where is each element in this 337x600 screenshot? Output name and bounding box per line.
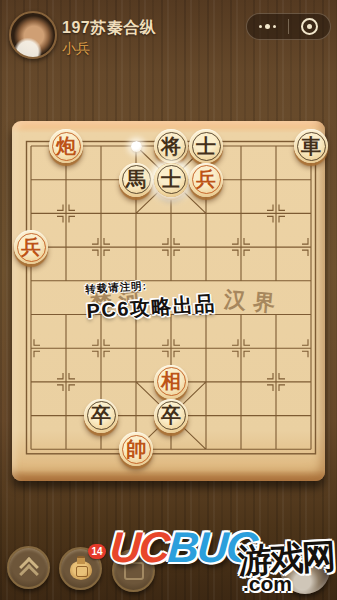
circle-dot-icon — [301, 18, 318, 35]
red-soldier-piece[interactable]: 兵 — [189, 163, 223, 197]
player-rank: 小兵 — [62, 40, 90, 58]
red-soldier-piece[interactable]: 兵 — [14, 230, 48, 264]
black-horse-piece[interactable]: 馬 — [119, 163, 153, 197]
app-screen: 197苏秦合纵 小兵 楚河 汉界 炮将士車馬士兵兵相卒卒帥 转载请注明: PC6… — [0, 0, 337, 600]
black-advisor-piece[interactable]: 士 — [189, 129, 223, 163]
black-general-piece[interactable]: 将 — [154, 129, 188, 163]
more-dots-icon — [259, 24, 276, 29]
miniprogram-capsule — [246, 13, 331, 40]
exit-button[interactable] — [289, 14, 330, 39]
strategy-watermark: 转载请注明: PC6攻略出品 — [85, 275, 217, 325]
expand-button[interactable] — [7, 546, 50, 589]
red-cannon-piece[interactable]: 炮 — [49, 129, 83, 163]
money-bag-button[interactable]: 14 — [59, 547, 102, 590]
red-elephant-piece[interactable]: 相 — [154, 365, 188, 399]
more-button[interactable] — [247, 14, 288, 39]
player-avatar[interactable] — [9, 11, 57, 59]
last-move-origin-marker — [131, 141, 142, 152]
ucbug-logo-com: .com — [243, 572, 292, 596]
river-label-right: 汉界 — [223, 285, 283, 320]
bag-badge: 14 — [88, 544, 106, 559]
black-soldier-piece[interactable]: 卒 — [154, 399, 188, 433]
chevron-up-icon — [20, 560, 38, 576]
black-soldier-piece[interactable]: 卒 — [84, 399, 118, 433]
black-advisor-piece[interactable]: 士 — [154, 163, 188, 197]
black-chariot-piece[interactable]: 車 — [294, 129, 328, 163]
level-title: 197苏秦合纵 — [62, 18, 156, 39]
money-bag-icon — [70, 561, 92, 580]
